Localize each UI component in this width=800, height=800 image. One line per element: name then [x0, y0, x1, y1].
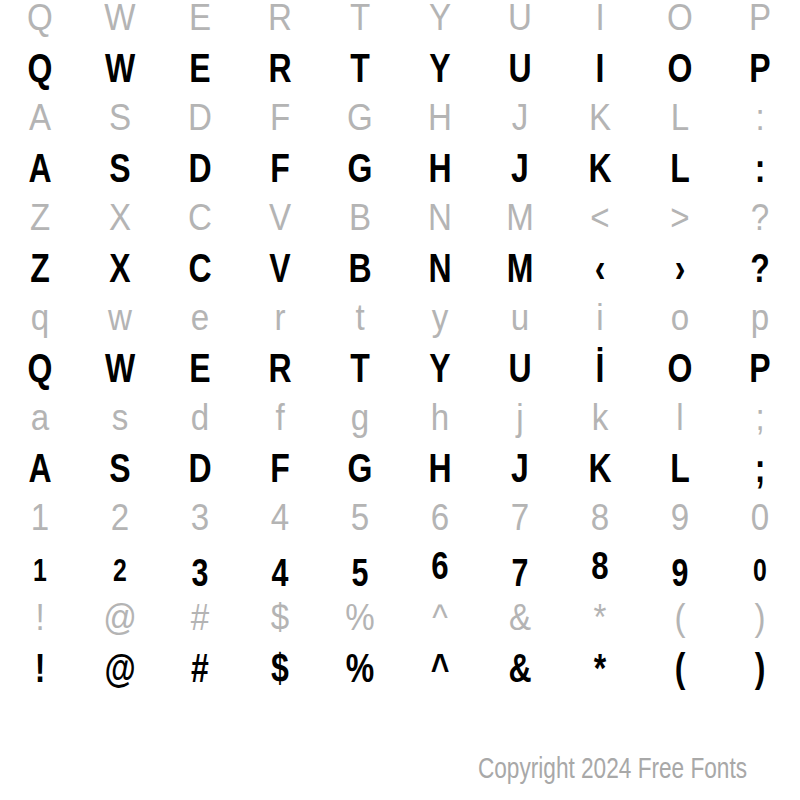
- glyph-cell-r14c9: (: [648, 643, 712, 693]
- glyph-cell-r3c6: H: [403, 93, 477, 143]
- glyph-cell-r4c2: S: [88, 143, 152, 193]
- glyph-cell-r3c9: L: [643, 93, 717, 143]
- glyph-cell-r1c9: O: [643, 0, 717, 43]
- glyph-cell-r7c4: r: [243, 293, 317, 343]
- glyph-cell-r6c5: B: [328, 243, 392, 293]
- glyph-cell-r3c2: S: [83, 93, 157, 143]
- glyph-cell-r13c2: @: [83, 593, 157, 643]
- glyph-cell-r2c4: R: [248, 43, 312, 93]
- glyph-cell-r6c2: X: [88, 243, 152, 293]
- glyph-cell-r4c1: A: [8, 143, 72, 193]
- glyph-cell-r2c2: W: [88, 43, 152, 93]
- glyph-cell-r8c1: Q: [8, 343, 72, 393]
- glyph-cell-r3c10: :: [723, 93, 797, 143]
- glyph-cell-r10c1: A: [8, 443, 72, 493]
- glyph-cell-r14c8: *: [568, 643, 632, 693]
- glyph-cell-r4c3: D: [168, 143, 232, 193]
- glyph-cell-r9c5: g: [323, 393, 397, 443]
- glyph-cell-r8c7: U: [488, 343, 552, 393]
- glyph-cell-r5c5: B: [323, 193, 397, 243]
- glyph-cell-r9c8: k: [563, 393, 637, 443]
- font-specimen-page: QWERTYUIOPQWERTYUIOPASDFGHJKL:ASDFGHJKL:…: [0, 0, 800, 800]
- glyph-cell-r9c9: l: [643, 393, 717, 443]
- glyph-cell-r13c6: ^: [403, 593, 477, 643]
- glyph-cell-r8c8: İ: [568, 343, 632, 393]
- glyph-cell-r14c3: #: [168, 643, 232, 693]
- glyph-cell-r3c8: K: [563, 93, 637, 143]
- copyright-text: Copyright 2024 Free Fonts: [478, 752, 747, 785]
- glyph-cell-r5c4: V: [243, 193, 317, 243]
- glyph-cell-r11c3: 3: [163, 493, 237, 543]
- glyph-cell-r11c2: 2: [83, 493, 157, 543]
- glyph-cell-r11c6: 6: [403, 493, 477, 543]
- glyph-cell-r12c4: 4: [248, 548, 312, 598]
- glyph-cell-r9c4: f: [243, 393, 317, 443]
- glyph-cell-r1c10: P: [723, 0, 797, 43]
- glyph-cell-r13c8: *: [563, 593, 637, 643]
- glyph-cell-r3c4: F: [243, 93, 317, 143]
- glyph-cell-r6c3: C: [168, 243, 232, 293]
- glyph-cell-r13c4: $: [243, 593, 317, 643]
- glyph-cell-r8c3: E: [168, 343, 232, 393]
- glyph-cell-r11c9: 9: [643, 493, 717, 543]
- glyph-cell-r1c8: I: [563, 0, 637, 43]
- glyph-cell-r11c1: 1: [3, 493, 77, 543]
- glyph-row-14: !@#$%^&*(): [0, 650, 800, 700]
- glyph-cell-r13c1: !: [3, 593, 77, 643]
- glyph-cell-r4c8: K: [568, 143, 632, 193]
- glyph-cell-r4c5: G: [328, 143, 392, 193]
- glyph-cell-r10c10: ;: [728, 443, 792, 493]
- glyph-cell-r7c2: w: [83, 293, 157, 343]
- glyph-cell-r12c2: 2: [88, 545, 152, 595]
- glyph-cell-r13c7: &: [483, 593, 557, 643]
- glyph-cell-r3c1: A: [3, 93, 77, 143]
- glyph-cell-r14c5: %: [328, 643, 392, 693]
- glyph-cell-r11c4: 4: [243, 493, 317, 543]
- glyph-cell-r11c7: 7: [483, 493, 557, 543]
- glyph-cell-r13c3: #: [163, 593, 237, 643]
- glyph-cell-r2c8: I: [568, 43, 632, 93]
- glyph-cell-r7c9: o: [643, 293, 717, 343]
- glyph-cell-r14c2: @: [88, 643, 152, 693]
- glyph-cell-r2c6: Y: [408, 43, 472, 93]
- glyph-cell-r6c7: M: [488, 243, 552, 293]
- glyph-cell-r4c9: L: [648, 143, 712, 193]
- glyph-cell-r7c6: y: [403, 293, 477, 343]
- glyph-cell-r9c3: d: [163, 393, 237, 443]
- glyph-cell-r6c4: V: [248, 243, 312, 293]
- glyph-cell-r8c10: P: [728, 343, 792, 393]
- glyph-cell-r10c2: S: [88, 443, 152, 493]
- glyph-cell-r6c6: N: [408, 243, 472, 293]
- glyph-cell-r7c3: e: [163, 293, 237, 343]
- glyph-cell-r5c2: X: [83, 193, 157, 243]
- glyph-cell-r12c6: 6: [408, 540, 472, 590]
- glyph-cell-r4c7: J: [488, 143, 552, 193]
- glyph-cell-r1c5: T: [323, 0, 397, 43]
- glyph-cell-r3c5: G: [323, 93, 397, 143]
- glyph-cell-r8c2: W: [88, 343, 152, 393]
- glyph-cell-r8c4: R: [248, 343, 312, 393]
- glyph-cell-r11c5: 5: [323, 493, 397, 543]
- glyph-cell-r6c1: Z: [8, 243, 72, 293]
- glyph-cell-r14c10: ): [728, 643, 792, 693]
- glyph-cell-r13c10: ): [723, 593, 797, 643]
- glyph-cell-r6c8: ‹: [568, 243, 632, 293]
- glyph-cell-r5c3: C: [163, 193, 237, 243]
- glyph-cell-r14c1: !: [8, 643, 72, 693]
- glyph-row-11: 1234567890: [0, 500, 800, 550]
- glyph-cell-r6c10: ?: [728, 243, 792, 293]
- glyph-cell-r10c4: F: [248, 443, 312, 493]
- glyph-cell-r2c1: Q: [8, 43, 72, 93]
- glyph-cell-r12c5: 5: [328, 548, 392, 598]
- glyph-cell-r9c1: a: [3, 393, 77, 443]
- glyph-cell-r1c7: U: [483, 0, 557, 43]
- glyph-cell-r1c2: W: [83, 0, 157, 43]
- glyph-cell-r5c7: M: [483, 193, 557, 243]
- glyph-cell-r6c9: ›: [648, 243, 712, 293]
- glyph-cell-r9c6: h: [403, 393, 477, 443]
- glyph-cell-r7c8: i: [563, 293, 637, 343]
- glyph-cell-r10c6: H: [408, 443, 472, 493]
- glyph-cell-r12c10: 0: [728, 545, 792, 595]
- glyph-cell-r10c7: J: [488, 443, 552, 493]
- glyph-cell-r10c9: L: [648, 443, 712, 493]
- glyph-cell-r10c3: D: [168, 443, 232, 493]
- glyph-cell-r4c10: :: [728, 143, 792, 193]
- glyph-cell-r2c9: O: [648, 43, 712, 93]
- glyph-cell-r4c4: F: [248, 143, 312, 193]
- glyph-cell-r7c7: u: [483, 293, 557, 343]
- glyph-cell-r13c5: %: [323, 593, 397, 643]
- glyph-cell-r11c8: 8: [563, 493, 637, 543]
- glyph-cell-r1c6: Y: [403, 0, 477, 43]
- glyph-cell-r10c5: G: [328, 443, 392, 493]
- glyph-cell-r2c3: E: [168, 43, 232, 93]
- glyph-cell-r8c5: T: [328, 343, 392, 393]
- glyph-cell-r12c8: 8: [568, 540, 632, 590]
- glyph-cell-r8c6: Y: [408, 343, 472, 393]
- glyph-cell-r4c6: H: [408, 143, 472, 193]
- glyph-cell-r7c5: t: [323, 293, 397, 343]
- glyph-cell-r12c7: 7: [488, 548, 552, 598]
- glyph-cell-r5c1: Z: [3, 193, 77, 243]
- glyph-cell-r2c10: P: [728, 43, 792, 93]
- glyph-cell-r5c10: ?: [723, 193, 797, 243]
- glyph-cell-r5c9: >: [643, 193, 717, 243]
- glyph-cell-r10c8: K: [568, 443, 632, 493]
- character-grid: QWERTYUIOPQWERTYUIOPASDFGHJKL:ASDFGHJKL:…: [0, 0, 800, 700]
- glyph-cell-r8c9: O: [648, 343, 712, 393]
- glyph-cell-r7c10: p: [723, 293, 797, 343]
- glyph-cell-r14c6: ^: [408, 643, 472, 693]
- glyph-cell-r14c7: &: [488, 643, 552, 693]
- glyph-cell-r14c4: $: [248, 643, 312, 693]
- glyph-cell-r9c10: ;: [723, 393, 797, 443]
- glyph-cell-r5c6: N: [403, 193, 477, 243]
- glyph-cell-r5c8: <: [563, 193, 637, 243]
- glyph-cell-r9c7: j: [483, 393, 557, 443]
- glyph-cell-r13c9: (: [643, 593, 717, 643]
- glyph-cell-r7c1: q: [3, 293, 77, 343]
- glyph-cell-r12c1: 1: [8, 545, 72, 595]
- glyph-cell-r11c10: 0: [723, 493, 797, 543]
- glyph-cell-r2c7: U: [488, 43, 552, 93]
- glyph-cell-r3c3: D: [163, 93, 237, 143]
- glyph-cell-r3c7: J: [483, 93, 557, 143]
- copyright-footer: Copyright 2024 Free Fonts: [440, 752, 760, 785]
- glyph-cell-r9c2: s: [83, 393, 157, 443]
- glyph-cell-r12c3: 3: [168, 548, 232, 598]
- glyph-cell-r2c5: T: [328, 43, 392, 93]
- glyph-cell-r1c3: E: [163, 0, 237, 43]
- glyph-cell-r12c9: 9: [648, 548, 712, 598]
- glyph-cell-r1c4: R: [243, 0, 317, 43]
- glyph-cell-r1c1: Q: [3, 0, 77, 43]
